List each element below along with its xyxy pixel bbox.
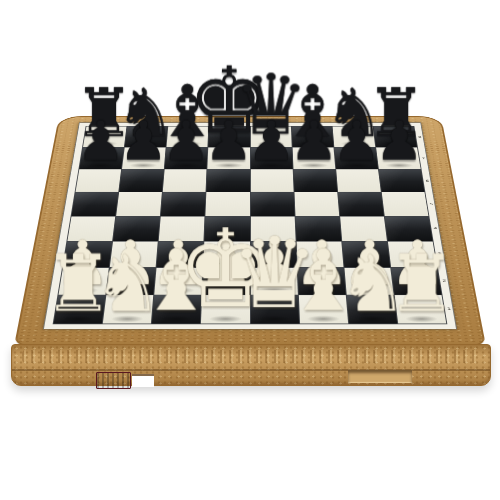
piece-white-rook: ♜ — [387, 245, 457, 323]
square-h1: ♜ — [395, 295, 447, 323]
square-a6 — [76, 169, 122, 191]
square-e7: ♟ — [250, 147, 292, 168]
square-f6 — [293, 169, 337, 191]
latch-slot — [348, 370, 412, 383]
piece-black-pawn: ♟ — [375, 114, 424, 169]
square-f7: ♟ — [292, 147, 335, 168]
piece-black-pawn: ♟ — [76, 114, 125, 169]
rank-label: 5 — [429, 203, 433, 206]
square-d7: ♟ — [208, 147, 250, 168]
square-b7: ♟ — [122, 147, 166, 168]
square-b6 — [119, 169, 164, 191]
square-g5 — [338, 192, 384, 215]
square-e6 — [250, 169, 293, 191]
square-d6 — [207, 169, 250, 191]
case-seam — [12, 369, 490, 371]
chess-board: ♜♞♝♚♛♝♞♜♟♟♟♟♟♟♟♟♟♟♟♟♟♟♟♟♜♞♝♚♛♝♞♜ — [53, 126, 448, 324]
square-a5 — [72, 192, 119, 215]
piece-black-pawn: ♟ — [119, 114, 168, 169]
board-border: ♜♞♝♚♛♝♞♜♟♟♟♟♟♟♟♟♟♟♟♟♟♟♟♟♜♞♝♚♛♝♞♜ 8765432… — [43, 122, 457, 329]
square-c7: ♟ — [165, 147, 208, 168]
case-front — [11, 344, 491, 386]
square-a7: ♟ — [79, 147, 124, 168]
latch-notch — [132, 374, 154, 387]
square-g6 — [336, 169, 381, 191]
square-h6 — [379, 169, 425, 191]
chess-case: ♜♞♝♚♛♝♞♜♟♟♟♟♟♟♟♟♟♟♟♟♟♟♟♟♜♞♝♚♛♝♞♜ 8765432… — [14, 116, 486, 346]
product-photo: ♜♞♝♚♛♝♞♜♟♟♟♟♟♟♟♟♟♟♟♟♟♟♟♟♜♞♝♚♛♝♞♜ 8765432… — [0, 0, 500, 500]
square-h7: ♟ — [376, 147, 421, 168]
piece-black-pawn: ♟ — [161, 114, 210, 169]
emboss-band — [22, 350, 480, 363]
piece-black-pawn: ♟ — [204, 114, 253, 169]
square-g7: ♟ — [334, 147, 378, 168]
piece-black-pawn: ♟ — [247, 114, 296, 169]
square-b5 — [116, 192, 162, 215]
latch — [96, 372, 131, 389]
square-h5 — [382, 192, 429, 215]
rank-label: 6 — [425, 179, 429, 182]
square-c6 — [163, 169, 207, 191]
square-f5 — [294, 192, 339, 215]
